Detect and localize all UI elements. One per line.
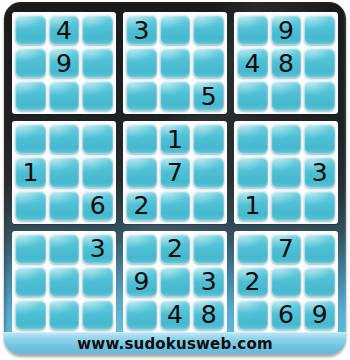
cell-r7c3[interactable]: 3 (82, 234, 113, 264)
cell-r5c9[interactable]: 3 (304, 157, 335, 187)
cell-r6c8[interactable] (271, 191, 302, 221)
cell-r3c8[interactable] (271, 81, 302, 111)
cell-r4c7[interactable] (237, 124, 268, 154)
cell-r5c6[interactable] (193, 157, 224, 187)
cell-r9c3[interactable] (82, 300, 113, 330)
cell-r9c1[interactable] (15, 300, 46, 330)
cell-r8c1[interactable] (15, 267, 46, 297)
cell-r6c7[interactable]: 1 (237, 191, 268, 221)
cell-r3c6[interactable]: 5 (193, 81, 224, 111)
cell-r8c7[interactable]: 2 (237, 267, 268, 297)
cell-r6c3[interactable]: 6 (82, 191, 113, 221)
cell-r6c1[interactable] (15, 191, 46, 221)
cell-r9c9[interactable]: 9 (304, 300, 335, 330)
cell-r1c6[interactable] (193, 15, 224, 45)
cell-r7c6[interactable] (193, 234, 224, 264)
cell-r1c9[interactable] (304, 15, 335, 45)
cell-r4c4[interactable] (126, 124, 157, 154)
cell-r1c7[interactable] (237, 15, 268, 45)
cell-r5c4[interactable] (126, 157, 157, 187)
cell-r9c2[interactable] (49, 300, 80, 330)
sudoku-box-r3c3: 7269 (234, 231, 338, 333)
cell-r5c8[interactable] (271, 157, 302, 187)
cell-r9c5[interactable]: 4 (160, 300, 191, 330)
sudoku-box-r3c1: 3 (12, 231, 116, 333)
sudoku-grid: 493594816172313293487269 (12, 12, 338, 333)
cell-r3c7[interactable] (237, 81, 268, 111)
cell-r3c4[interactable] (126, 81, 157, 111)
cell-r8c5[interactable] (160, 267, 191, 297)
sudoku-box-r1c3: 948 (234, 12, 338, 114)
cell-r7c9[interactable] (304, 234, 335, 264)
cell-r8c4[interactable]: 9 (126, 267, 157, 297)
cell-r5c7[interactable] (237, 157, 268, 187)
cell-r5c1[interactable]: 1 (15, 157, 46, 187)
cell-r2c5[interactable] (160, 48, 191, 78)
cell-r2c3[interactable] (82, 48, 113, 78)
cell-r6c4[interactable]: 2 (126, 191, 157, 221)
sudoku-board-plaque: 493594816172313293487269 www.sudokusweb.… (4, 2, 346, 354)
cell-r3c2[interactable] (49, 81, 80, 111)
cell-r9c7[interactable] (237, 300, 268, 330)
cell-r9c6[interactable]: 8 (193, 300, 224, 330)
website-text: www.sudokusweb.com (77, 335, 272, 353)
cell-r2c8[interactable]: 8 (271, 48, 302, 78)
sudoku-box-r2c2: 172 (123, 121, 227, 223)
cell-r2c1[interactable] (15, 48, 46, 78)
sudoku-box-r2c3: 31 (234, 121, 338, 223)
cell-r3c5[interactable] (160, 81, 191, 111)
cell-r1c1[interactable] (15, 15, 46, 45)
cell-r4c9[interactable] (304, 124, 335, 154)
sudoku-page: 493594816172313293487269 www.sudokusweb.… (0, 0, 350, 360)
cell-r8c9[interactable] (304, 267, 335, 297)
cell-r7c2[interactable] (49, 234, 80, 264)
sudoku-box-r1c1: 49 (12, 12, 116, 114)
cell-r7c4[interactable] (126, 234, 157, 264)
cell-r8c2[interactable] (49, 267, 80, 297)
sudoku-box-r2c1: 16 (12, 121, 116, 223)
cell-r6c5[interactable] (160, 191, 191, 221)
sudoku-box-r3c2: 29348 (123, 231, 227, 333)
cell-r1c5[interactable] (160, 15, 191, 45)
cell-r1c3[interactable] (82, 15, 113, 45)
cell-r3c1[interactable] (15, 81, 46, 111)
cell-r4c1[interactable] (15, 124, 46, 154)
cell-r5c2[interactable] (49, 157, 80, 187)
sudoku-box-r1c2: 35 (123, 12, 227, 114)
cell-r1c8[interactable]: 9 (271, 15, 302, 45)
cell-r4c5[interactable]: 1 (160, 124, 191, 154)
cell-r8c3[interactable] (82, 267, 113, 297)
cell-r7c1[interactable] (15, 234, 46, 264)
cell-r2c9[interactable] (304, 48, 335, 78)
cell-r8c8[interactable] (271, 267, 302, 297)
cell-r3c9[interactable] (304, 81, 335, 111)
cell-r7c7[interactable] (237, 234, 268, 264)
cell-r3c3[interactable] (82, 81, 113, 111)
cell-r4c2[interactable] (49, 124, 80, 154)
cell-r2c2[interactable]: 9 (49, 48, 80, 78)
cell-r9c8[interactable]: 6 (271, 300, 302, 330)
cell-r7c8[interactable]: 7 (271, 234, 302, 264)
cell-r6c9[interactable] (304, 191, 335, 221)
cell-r7c5[interactable]: 2 (160, 234, 191, 264)
cell-r2c6[interactable] (193, 48, 224, 78)
cell-r2c7[interactable]: 4 (237, 48, 268, 78)
cell-r6c2[interactable] (49, 191, 80, 221)
cell-r2c4[interactable] (126, 48, 157, 78)
cell-r1c2[interactable]: 4 (49, 15, 80, 45)
cell-r4c3[interactable] (82, 124, 113, 154)
cell-r4c6[interactable] (193, 124, 224, 154)
cell-r6c6[interactable] (193, 191, 224, 221)
cell-r5c5[interactable]: 7 (160, 157, 191, 187)
cell-r9c4[interactable] (126, 300, 157, 330)
footer-band: www.sudokusweb.com (4, 332, 346, 354)
cell-r1c4[interactable]: 3 (126, 15, 157, 45)
cell-r5c3[interactable] (82, 157, 113, 187)
cell-r8c6[interactable]: 3 (193, 267, 224, 297)
cell-r4c8[interactable] (271, 124, 302, 154)
